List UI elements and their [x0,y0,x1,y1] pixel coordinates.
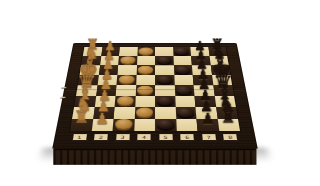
coordinate-plaque: 2 [93,134,109,141]
light-checker [137,86,153,95]
square-h4 [137,47,155,56]
square-b1: ♞ [72,107,94,119]
square-c6 [175,96,196,107]
coordinate-plaque: 1 [71,134,88,141]
square-b3 [114,107,135,119]
square-g1: ♞ [81,56,101,65]
light-checker [116,96,133,105]
square-e7: ♟ [193,75,213,85]
square-a8: ♜ [217,119,240,131]
dark-checker [174,47,189,54]
coordinate-plaque: 5 [158,134,174,141]
square-h6 [173,47,191,56]
light-checker [139,47,154,54]
square-e2: ♟ [97,75,117,85]
square-h8: ♜ [208,47,227,56]
product-photo-scene: ♜♟♟♜♞♟♟♞♝♟♟♝♚♟♟♚♛♟♟♛♝♟♟♝♞♟♟♞♜♟♟♜ 1234567… [64,0,246,186]
square-h5 [155,47,173,56]
square-f6 [173,65,192,75]
square-b5 [155,107,176,119]
coordinate-plaque: 3 [115,134,131,141]
square-g4 [137,56,155,65]
dark-checker [177,107,194,117]
square-h1: ♜ [83,47,102,56]
square-c2: ♟ [94,96,115,107]
square-a1: ♜ [70,119,93,131]
light-checker [118,75,134,83]
square-f5 [155,65,174,75]
square-d2: ♟ [96,85,117,96]
square-c5 [155,96,175,107]
coordinate-rail: 12345678 [68,133,242,142]
square-g5 [155,56,173,65]
square-f8: ♝ [210,65,230,75]
square-f1: ♝ [80,65,100,75]
board-shadow [40,148,271,165]
square-d4 [135,85,155,96]
square-c8: ♝ [214,96,236,107]
square-d1: ♛ [76,85,97,96]
black-pawn: ♟ [194,40,206,52]
brass-hinge-icon [61,87,66,89]
square-d8: ♛ [213,85,234,96]
dark-checker [157,96,174,105]
light-checker [120,56,135,64]
square-b6 [175,107,196,119]
square-d3 [116,85,136,96]
square-a3 [112,119,134,131]
dark-checker [157,119,174,129]
chess-board: ♜♟♟♜♞♟♟♞♝♟♟♝♚♟♟♚♛♟♟♛♝♟♟♝♞♟♟♞♜♟♟♜ 1234567… [52,43,258,149]
square-h7: ♟ [190,47,209,56]
square-b2: ♟ [93,107,115,119]
square-f4 [136,65,155,75]
black-rook: ♜ [211,39,224,52]
white-pawn: ♟ [105,40,117,52]
dark-checker [176,86,193,95]
square-g3 [118,56,137,65]
light-checker [115,119,133,129]
square-h2: ♟ [101,47,120,56]
light-checker [138,66,153,74]
square-f2: ♟ [98,65,118,75]
brass-hinge-icon [60,96,65,98]
square-e3 [116,75,136,85]
square-c1: ♝ [74,96,96,107]
square-b8: ♞ [216,107,238,119]
white-bishop: ♝ [77,85,94,102]
coordinate-plaque: 4 [136,134,152,141]
square-d6 [174,85,194,96]
coordinate-plaque: 6 [179,134,195,141]
square-a5 [155,119,176,131]
square-a4 [134,119,155,131]
black-pawn: ♟ [199,89,212,102]
square-e8: ♚ [212,75,233,85]
square-b4 [134,107,155,119]
square-e5 [155,75,174,85]
square-c4 [135,96,155,107]
square-g6 [173,56,192,65]
dark-checker [157,56,172,64]
square-g7: ♟ [191,56,210,65]
square-a2: ♟ [91,119,113,131]
coordinate-plaque: 7 [201,134,217,141]
dark-checker [157,75,173,83]
board-squares: ♜♟♟♜♞♟♟♞♝♟♟♝♚♟♟♚♛♟♟♛♝♟♟♝♞♟♟♞♜♟♟♜ [70,47,240,131]
square-f7: ♟ [192,65,212,75]
light-checker [136,107,153,117]
black-bishop: ♝ [217,85,234,102]
dark-checker [175,66,191,74]
square-g2: ♟ [100,56,119,65]
square-e1: ♚ [78,75,99,85]
coordinate-plaque: 8 [222,134,239,141]
square-a7: ♟ [196,119,218,131]
white-pawn: ♟ [99,89,112,102]
square-a6 [176,119,198,131]
white-rook: ♜ [86,39,99,52]
square-e4 [136,75,155,85]
square-f3 [117,65,136,75]
square-b7: ♟ [195,107,217,119]
square-e6 [174,75,194,85]
square-d5 [155,85,175,96]
square-g8: ♞ [209,56,229,65]
square-h3 [119,47,137,56]
square-c7: ♟ [194,96,215,107]
square-d7: ♟ [194,85,215,96]
square-c3 [115,96,136,107]
